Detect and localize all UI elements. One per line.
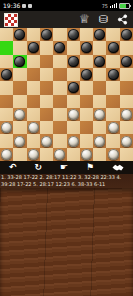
black-piece[interactable] [1,69,12,80]
square-r5c6[interactable] [80,95,93,108]
square-r8c5[interactable] [67,134,80,147]
black-piece[interactable] [28,42,39,53]
white-piece[interactable] [28,122,39,133]
square-r8c3[interactable] [40,134,53,147]
status-bar: 19:36 75 [0,0,133,11]
square-r6c0[interactable] [0,108,13,121]
square-r9c1[interactable] [13,148,26,161]
square-r2c2[interactable] [27,55,40,68]
square-r5c9[interactable] [120,95,133,108]
white-piece[interactable] [68,136,79,147]
black-piece[interactable] [68,56,79,67]
white-piece[interactable] [81,149,92,160]
square-r6c9[interactable] [120,108,133,121]
square-r7c9[interactable] [120,121,133,134]
white-piece[interactable] [94,109,105,120]
square-r9c6[interactable] [80,148,93,161]
square-r9c5[interactable] [67,148,80,161]
white-piece[interactable] [94,136,105,147]
square-r7c6[interactable] [80,121,93,134]
square-r0c8[interactable] [106,28,119,41]
square-r3c4[interactable] [53,68,66,81]
action-bar: ↶ ↻ ☛ ⚑ [0,161,133,174]
square-r0c2[interactable] [27,28,40,41]
square-r1c8[interactable] [106,41,119,54]
square-r3c8[interactable] [106,68,119,81]
black-piece[interactable] [121,29,132,40]
signal-icon [110,3,117,8]
square-r3c7[interactable] [93,68,106,81]
square-r4c4[interactable] [53,81,66,94]
square-r1c0[interactable] [0,41,13,54]
white-piece[interactable] [121,136,132,147]
square-r5c1[interactable] [13,95,26,108]
black-piece[interactable] [108,69,119,80]
white-piece[interactable] [54,149,65,160]
square-r7c0[interactable] [0,121,13,134]
notification-icon [28,4,32,8]
square-r5c8[interactable] [106,95,119,108]
board[interactable] [0,28,133,161]
black-piece[interactable] [81,42,92,53]
white-piece[interactable] [14,136,25,147]
square-r3c6[interactable] [80,68,93,81]
square-r4c7[interactable] [93,81,106,94]
square-r5c4[interactable] [53,95,66,108]
square-r1c6[interactable] [80,41,93,54]
square-r5c5[interactable] [67,95,80,108]
white-piece[interactable] [14,109,25,120]
square-r7c2[interactable] [27,121,40,134]
black-piece[interactable] [94,29,105,40]
clock: 19:36 [3,2,20,9]
battery-percent: 75 [102,3,108,9]
white-piece[interactable] [28,149,39,160]
square-r2c6[interactable] [80,55,93,68]
square-r0c1[interactable] [13,28,26,41]
square-r1c2[interactable] [27,41,40,54]
notification-icon [22,4,26,8]
square-r5c0[interactable] [0,95,13,108]
square-r1c5[interactable] [67,41,80,54]
square-r7c3[interactable] [40,121,53,134]
square-r4c2[interactable] [27,81,40,94]
black-piece[interactable] [68,82,79,93]
black-piece[interactable] [121,56,132,67]
square-r2c5[interactable] [67,55,80,68]
black-piece[interactable] [108,42,119,53]
square-r2c9[interactable] [120,55,133,68]
square-r0c5[interactable] [67,28,80,41]
square-r8c2[interactable] [27,134,40,147]
square-r2c0[interactable] [0,55,13,68]
square-r8c9[interactable] [120,134,133,147]
wood-background [0,188,133,296]
pieces-stack-icon[interactable]: ⛁ [99,14,108,25]
black-piece[interactable] [54,42,65,53]
square-r2c1[interactable] [13,55,26,68]
black-piece[interactable] [14,56,25,67]
square-r3c0[interactable] [0,68,13,81]
square-r6c4[interactable] [53,108,66,121]
white-piece[interactable] [121,109,132,120]
square-r7c8[interactable] [106,121,119,134]
square-r6c3[interactable] [40,108,53,121]
square-r0c9[interactable] [120,28,133,41]
black-piece[interactable] [68,29,79,40]
square-r1c3[interactable] [40,41,53,54]
square-r9c0[interactable] [0,148,13,161]
square-r5c7[interactable] [93,95,106,108]
square-r6c1[interactable] [13,108,26,121]
square-r9c2[interactable] [27,148,40,161]
square-r0c0[interactable] [0,28,13,41]
square-r9c4[interactable] [53,148,66,161]
white-piece[interactable] [1,122,12,133]
square-r8c0[interactable] [0,134,13,147]
square-r6c7[interactable] [93,108,106,121]
square-r5c2[interactable] [27,95,40,108]
square-r4c8[interactable] [106,81,119,94]
square-r1c4[interactable] [53,41,66,54]
square-r3c3[interactable] [40,68,53,81]
square-r3c1[interactable] [13,68,26,81]
share-icon[interactable] [117,14,128,25]
square-r8c4[interactable] [53,134,66,147]
white-piece[interactable] [41,136,52,147]
white-piece[interactable] [1,149,12,160]
square-r8c6[interactable] [80,134,93,147]
square-r6c8[interactable] [106,108,119,121]
white-piece[interactable] [108,122,119,133]
flag-icon[interactable]: ⚑ [86,163,94,172]
handshake-icon[interactable] [112,163,124,172]
square-r0c4[interactable] [53,28,66,41]
app-checkerboard-icon[interactable] [4,13,18,27]
square-r3c5[interactable] [67,68,80,81]
square-r1c7[interactable] [93,41,106,54]
square-r7c1[interactable] [13,121,26,134]
square-r3c9[interactable] [120,68,133,81]
hint-icon[interactable]: ☛ [60,163,68,172]
square-r0c3[interactable] [40,28,53,41]
square-r2c4[interactable] [53,55,66,68]
square-r0c7[interactable] [93,28,106,41]
square-r9c3[interactable] [40,148,53,161]
crown-icon[interactable]: ♕ [79,14,90,25]
square-r6c6[interactable] [80,108,93,121]
square-r4c1[interactable] [13,81,26,94]
square-r4c6[interactable] [80,81,93,94]
restart-icon[interactable]: ↻ [34,163,42,172]
square-r3c2[interactable] [27,68,40,81]
square-r2c7[interactable] [93,55,106,68]
square-r7c4[interactable] [53,121,66,134]
battery-icon [119,3,130,9]
square-r8c7[interactable] [93,134,106,147]
square-r8c8[interactable] [106,134,119,147]
square-r1c9[interactable] [120,41,133,54]
black-piece[interactable] [94,56,105,67]
square-r2c3[interactable] [40,55,53,68]
square-r4c9[interactable] [120,81,133,94]
white-piece[interactable] [108,149,119,160]
black-piece[interactable] [14,29,25,40]
square-r6c2[interactable] [27,108,40,121]
black-piece[interactable] [81,69,92,80]
square-r9c8[interactable] [106,148,119,161]
square-r8c1[interactable] [13,134,26,147]
square-r4c5[interactable] [67,81,80,94]
square-r4c0[interactable] [0,81,13,94]
square-r5c3[interactable] [40,95,53,108]
white-piece[interactable] [68,109,79,120]
square-r7c7[interactable] [93,121,106,134]
square-r9c7[interactable] [93,148,106,161]
undo-icon[interactable]: ↶ [9,163,17,172]
square-r6c5[interactable] [67,108,80,121]
square-r4c3[interactable] [40,81,53,94]
square-r7c5[interactable] [67,121,80,134]
move-list: 1. 33-28 17-22 2. 28:17 11:22 3. 32-28 2… [0,174,133,188]
black-piece[interactable] [41,29,52,40]
toolbar: ♕ ⛁ [0,11,133,28]
square-r9c9[interactable] [120,148,133,161]
square-r1c1[interactable] [13,41,26,54]
square-r0c6[interactable] [80,28,93,41]
square-r2c8[interactable] [106,55,119,68]
